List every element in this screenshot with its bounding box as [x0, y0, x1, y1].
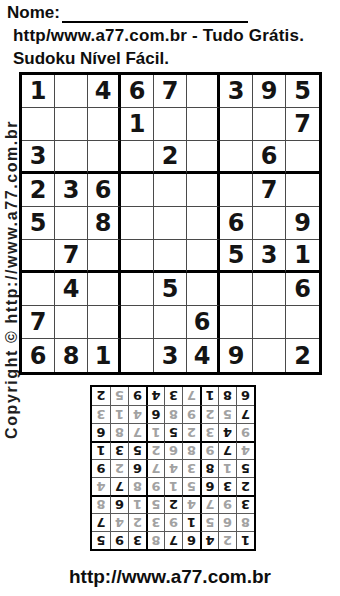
solution-cell-r6c2: 7 — [218, 441, 236, 459]
cell-r1c2[interactable] — [55, 75, 88, 108]
cell-r4c3: 6 — [88, 174, 121, 207]
solution-cell-r3c4: 4 — [182, 495, 200, 513]
cell-r1c8: 9 — [253, 75, 286, 108]
cell-r8c8[interactable] — [253, 306, 286, 339]
solution-cell-r7c5: 5 — [164, 423, 182, 441]
solution-cell-r4c3: 6 — [200, 477, 218, 495]
cell-r6c6[interactable] — [187, 240, 220, 273]
solution-cell-r9c6: 4 — [146, 387, 164, 405]
name-row: Nome: — [7, 3, 248, 23]
cell-r8c7[interactable] — [220, 306, 253, 339]
solution-cell-r6c5: 6 — [164, 441, 182, 459]
sudoku-puzzle-grid[interactable]: 146739517326236758697531456766813492 — [19, 72, 322, 375]
cell-r1c1: 1 — [22, 75, 55, 108]
solution-cell-r2c7: 2 — [128, 513, 146, 531]
solution-cell-r8c2: 5 — [218, 405, 236, 423]
solution-cell-r2c8: 4 — [110, 513, 128, 531]
solution-cell-r8c9: 3 — [92, 405, 110, 423]
solution-cell-r7c4: 2 — [182, 423, 200, 441]
solution-cell-r1c5: 7 — [164, 531, 182, 549]
solution-cell-r5c3: 8 — [200, 459, 218, 477]
cell-r6c1[interactable] — [22, 240, 55, 273]
solution-cell-r8c8: 1 — [110, 405, 128, 423]
cell-r1c6[interactable] — [187, 75, 220, 108]
solution-cell-r4c6: 9 — [146, 477, 164, 495]
site-title: http/www.a77.com.br - Tudo Grátis. — [13, 26, 304, 46]
cell-r6c3[interactable] — [88, 240, 121, 273]
solution-cell-r7c3: 3 — [200, 423, 218, 441]
solution-cell-r9c2: 8 — [218, 387, 236, 405]
cell-r4c4[interactable] — [121, 174, 154, 207]
solution-cell-r2c9: 7 — [92, 513, 110, 531]
cell-r8c9[interactable] — [286, 306, 319, 339]
solution-cell-r4c7: 8 — [128, 477, 146, 495]
cell-r7c4[interactable] — [121, 273, 154, 306]
cell-r8c2[interactable] — [55, 306, 88, 339]
cell-r7c9: 6 — [286, 273, 319, 306]
solution-cell-r6c7: 5 — [128, 441, 146, 459]
cell-r4c5[interactable] — [154, 174, 187, 207]
cell-r5c2[interactable] — [55, 207, 88, 240]
cell-r1c3: 4 — [88, 75, 121, 108]
solution-cell-r4c1: 2 — [236, 477, 254, 495]
solution-cell-r3c5: 2 — [164, 495, 182, 513]
solution-cell-r1c3: 4 — [200, 531, 218, 549]
cell-r3c1: 3 — [22, 141, 55, 174]
solution-cell-r9c3: 1 — [200, 387, 218, 405]
solution-cell-r6c9: 1 — [92, 441, 110, 459]
solution-cell-r9c8: 5 — [110, 387, 128, 405]
cell-r4c1: 2 — [22, 174, 55, 207]
cell-r8c1: 7 — [22, 306, 55, 339]
solution-cell-r8c5: 8 — [164, 405, 182, 423]
solution-cell-r8c6: 6 — [146, 405, 164, 423]
cell-r1c5: 7 — [154, 75, 187, 108]
cell-r4c7[interactable] — [220, 174, 253, 207]
cell-r7c1[interactable] — [22, 273, 55, 306]
cell-r9c8[interactable] — [253, 339, 286, 372]
cell-r9c5: 3 — [154, 339, 187, 372]
solution-cell-r9c5: 3 — [164, 387, 182, 405]
cell-r6c5[interactable] — [154, 240, 187, 273]
cell-r5c4[interactable] — [121, 207, 154, 240]
solution-cell-r7c1: 9 — [236, 423, 254, 441]
solution-cell-r3c6: 5 — [146, 495, 164, 513]
cell-r3c3[interactable] — [88, 141, 121, 174]
cell-r7c3[interactable] — [88, 273, 121, 306]
cell-r4c9[interactable] — [286, 174, 319, 207]
solution-cell-r6c8: 3 — [110, 441, 128, 459]
cell-r9c3: 1 — [88, 339, 121, 372]
solution-cell-r3c3: 7 — [200, 495, 218, 513]
solution-cell-r4c5: 1 — [164, 477, 182, 495]
solution-cell-r7c8: 8 — [110, 423, 128, 441]
cell-r5c8[interactable] — [253, 207, 286, 240]
solution-cell-r5c8: 2 — [110, 459, 128, 477]
solution-cell-r4c2: 3 — [218, 477, 236, 495]
sudoku-solution-grid-rotated: 1246783958651932473974251682365198745183… — [90, 385, 256, 551]
solution-cell-r3c1: 3 — [236, 495, 254, 513]
solution-cell-r3c7: 1 — [128, 495, 146, 513]
solution-cell-r5c4: 3 — [182, 459, 200, 477]
solution-cell-r1c4: 6 — [182, 531, 200, 549]
solution-cell-r7c9: 6 — [92, 423, 110, 441]
cell-r1c4: 6 — [121, 75, 154, 108]
cell-r7c5: 5 — [154, 273, 187, 306]
cell-r6c7: 5 — [220, 240, 253, 273]
cell-r2c6[interactable] — [187, 108, 220, 141]
cell-r2c3[interactable] — [88, 108, 121, 141]
solution-cell-r7c6: 1 — [146, 423, 164, 441]
solution-cell-r2c3: 5 — [200, 513, 218, 531]
solution-cell-r9c7: 9 — [128, 387, 146, 405]
solution-cell-r6c3: 9 — [200, 441, 218, 459]
solution-cell-r1c7: 3 — [128, 531, 146, 549]
cell-r6c2: 7 — [55, 240, 88, 273]
cell-r7c8[interactable] — [253, 273, 286, 306]
solution-cell-r3c9: 8 — [92, 495, 110, 513]
solution-cell-r6c6: 2 — [146, 441, 164, 459]
solution-cell-r2c2: 6 — [218, 513, 236, 531]
cell-r9c6: 4 — [187, 339, 220, 372]
solution-cell-r8c1: 7 — [236, 405, 254, 423]
cell-r5c6[interactable] — [187, 207, 220, 240]
solution-cell-r3c8: 6 — [110, 495, 128, 513]
cell-r4c6[interactable] — [187, 174, 220, 207]
solution-cell-r8c4: 9 — [182, 405, 200, 423]
cell-r9c4[interactable] — [121, 339, 154, 372]
solution-cell-r8c7: 4 — [128, 405, 146, 423]
cell-r8c6: 6 — [187, 306, 220, 339]
cell-r7c2: 4 — [55, 273, 88, 306]
solution-cell-r2c1: 8 — [236, 513, 254, 531]
cell-r5c7: 6 — [220, 207, 253, 240]
cell-r3c8: 6 — [253, 141, 286, 174]
solution-cell-r9c1: 6 — [236, 387, 254, 405]
cell-r2c4: 1 — [121, 108, 154, 141]
cell-r5c9: 9 — [286, 207, 319, 240]
cell-r9c7: 9 — [220, 339, 253, 372]
cell-r3c7[interactable] — [220, 141, 253, 174]
solution-cell-r4c9: 4 — [92, 477, 110, 495]
cell-r6c8: 3 — [253, 240, 286, 273]
solution-cell-r7c2: 4 — [218, 423, 236, 441]
solution-cell-r5c6: 7 — [146, 459, 164, 477]
cell-r4c8: 7 — [253, 174, 286, 207]
solution-cell-r5c7: 6 — [128, 459, 146, 477]
name-label: Nome: — [7, 3, 60, 23]
puzzle-subtitle: Sudoku Nível Fácil. — [13, 49, 169, 69]
cell-r9c2: 8 — [55, 339, 88, 372]
solution-cell-r5c1: 5 — [236, 459, 254, 477]
cell-r5c5[interactable] — [154, 207, 187, 240]
solution-cell-r1c8: 9 — [110, 531, 128, 549]
solution-cell-r6c1: 4 — [236, 441, 254, 459]
cell-r8c4[interactable] — [121, 306, 154, 339]
solution-cell-r2c4: 1 — [182, 513, 200, 531]
solution-cell-r6c4: 8 — [182, 441, 200, 459]
cell-r3c9[interactable] — [286, 141, 319, 174]
cell-r4c2: 3 — [55, 174, 88, 207]
solution-cell-r4c8: 7 — [110, 477, 128, 495]
solution-cell-r2c5: 9 — [164, 513, 182, 531]
cell-r2c1[interactable] — [22, 108, 55, 141]
cell-r5c1: 5 — [22, 207, 55, 240]
cell-r5c3: 8 — [88, 207, 121, 240]
cell-r1c9: 5 — [286, 75, 319, 108]
cell-r3c2[interactable] — [55, 141, 88, 174]
solution-cell-r9c9: 2 — [92, 387, 110, 405]
cell-r9c9: 2 — [286, 339, 319, 372]
cell-r3c6[interactable] — [187, 141, 220, 174]
solution-cell-r1c6: 8 — [146, 531, 164, 549]
cell-r1c7: 3 — [220, 75, 253, 108]
cell-r7c7[interactable] — [220, 273, 253, 306]
solution-cell-r8c3: 2 — [200, 405, 218, 423]
solution-cell-r4c4: 5 — [182, 477, 200, 495]
solution-cell-r1c9: 5 — [92, 531, 110, 549]
cell-r2c9: 7 — [286, 108, 319, 141]
cell-r2c5[interactable] — [154, 108, 187, 141]
solution-cell-r1c1: 1 — [236, 531, 254, 549]
solution-cell-r3c2: 9 — [218, 495, 236, 513]
cell-r2c2[interactable] — [55, 108, 88, 141]
cell-r6c9: 1 — [286, 240, 319, 273]
solution-cell-r2c6: 3 — [146, 513, 164, 531]
solution-cell-r1c2: 2 — [218, 531, 236, 549]
cell-r7c6[interactable] — [187, 273, 220, 306]
solution-cell-r5c5: 4 — [164, 459, 182, 477]
solution-cell-r5c9: 9 — [92, 459, 110, 477]
solution-cell-r5c2: 1 — [218, 459, 236, 477]
cell-r9c1: 6 — [22, 339, 55, 372]
solution-cell-r7c7: 7 — [128, 423, 146, 441]
cell-r3c5: 2 — [154, 141, 187, 174]
solution-cell-r9c4: 7 — [182, 387, 200, 405]
cell-r6c4[interactable] — [121, 240, 154, 273]
cell-r8c5[interactable] — [154, 306, 187, 339]
name-input-line[interactable] — [62, 19, 248, 23]
cell-r2c8[interactable] — [253, 108, 286, 141]
footer-url: http://www.a77.com.br — [0, 566, 340, 588]
cell-r8c3[interactable] — [88, 306, 121, 339]
cell-r3c4[interactable] — [121, 141, 154, 174]
cell-r2c7[interactable] — [220, 108, 253, 141]
